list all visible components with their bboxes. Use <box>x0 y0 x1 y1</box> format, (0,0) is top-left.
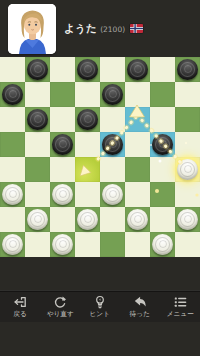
square-5-5[interactable] <box>125 182 150 207</box>
back-button-label: 戻る <box>13 310 26 318</box>
black-checker-piece[interactable] <box>102 134 123 155</box>
square-0-5[interactable] <box>125 57 150 82</box>
square-1-3[interactable] <box>75 82 100 107</box>
black-checker-piece[interactable] <box>27 59 48 80</box>
white-checker-piece[interactable] <box>2 234 23 255</box>
exit-icon <box>13 295 27 309</box>
black-checker-piece[interactable] <box>127 59 148 80</box>
white-checker-piece[interactable] <box>152 234 173 255</box>
square-7-0[interactable] <box>0 232 25 257</box>
square-3-6[interactable] <box>150 132 175 157</box>
hint-button[interactable]: ヒント <box>80 291 120 322</box>
square-2-0[interactable] <box>0 107 25 132</box>
square-6-6[interactable] <box>150 207 175 232</box>
square-1-2[interactable] <box>50 82 75 107</box>
norway-flag-icon <box>130 24 143 33</box>
square-6-7[interactable] <box>175 207 200 232</box>
bottom-toolbar: 戻る やり直す ヒント 待った メニュー <box>0 290 200 322</box>
player-info: ようた (2100) <box>64 0 143 57</box>
square-4-5[interactable] <box>125 157 150 182</box>
black-checker-piece[interactable] <box>2 84 23 105</box>
white-checker-piece[interactable] <box>77 209 98 230</box>
redo-icon <box>53 295 67 309</box>
avatar <box>8 4 56 54</box>
square-3-1[interactable] <box>25 132 50 157</box>
square-7-2[interactable] <box>50 232 75 257</box>
square-1-7[interactable] <box>175 82 200 107</box>
square-0-4[interactable] <box>100 57 125 82</box>
square-3-2[interactable] <box>50 132 75 157</box>
square-3-5[interactable] <box>125 132 150 157</box>
square-0-1[interactable] <box>25 57 50 82</box>
player-name: ようた <box>64 22 97 36</box>
square-1-5[interactable] <box>125 82 150 107</box>
square-4-4[interactable] <box>100 157 125 182</box>
square-0-6[interactable] <box>150 57 175 82</box>
white-checker-piece[interactable] <box>102 184 123 205</box>
square-3-3[interactable] <box>75 132 100 157</box>
square-3-0[interactable] <box>0 132 25 157</box>
black-checker-piece[interactable] <box>177 59 198 80</box>
black-checker-piece[interactable] <box>77 59 98 80</box>
square-0-7[interactable] <box>175 57 200 82</box>
square-5-0[interactable] <box>0 182 25 207</box>
black-checker-piece[interactable] <box>77 109 98 130</box>
square-6-1[interactable] <box>25 207 50 232</box>
square-1-4[interactable] <box>100 82 125 107</box>
back-button[interactable]: 戻る <box>0 291 40 322</box>
square-5-4[interactable] <box>100 182 125 207</box>
square-1-1[interactable] <box>25 82 50 107</box>
square-7-4[interactable] <box>100 232 125 257</box>
square-4-0[interactable] <box>0 157 25 182</box>
black-checker-piece[interactable] <box>52 134 73 155</box>
square-5-7[interactable] <box>175 182 200 207</box>
redo-button[interactable]: やり直す <box>40 291 80 322</box>
white-checker-piece[interactable] <box>27 209 48 230</box>
square-2-1[interactable] <box>25 107 50 132</box>
undo-arrow-icon <box>133 295 147 309</box>
undo-button[interactable]: 待った <box>120 291 160 322</box>
menu-button-label: メニュー <box>166 310 193 318</box>
square-1-0[interactable] <box>0 82 25 107</box>
white-checker-piece[interactable] <box>52 234 73 255</box>
square-6-5[interactable] <box>125 207 150 232</box>
square-7-6[interactable] <box>150 232 175 257</box>
square-0-0[interactable] <box>0 57 25 82</box>
square-6-3[interactable] <box>75 207 100 232</box>
white-checker-piece[interactable] <box>2 184 23 205</box>
square-5-1[interactable] <box>25 182 50 207</box>
black-checker-piece[interactable] <box>102 84 123 105</box>
square-0-3[interactable] <box>75 57 100 82</box>
square-5-2[interactable] <box>50 182 75 207</box>
square-5-6[interactable] <box>150 182 175 207</box>
square-1-6[interactable] <box>150 82 175 107</box>
undo-button-label: 待った <box>130 310 150 318</box>
square-4-3[interactable] <box>75 157 100 182</box>
square-0-2[interactable] <box>50 57 75 82</box>
square-7-1[interactable] <box>25 232 50 257</box>
square-2-4[interactable] <box>100 107 125 132</box>
white-checker-piece[interactable] <box>127 209 148 230</box>
white-checker-piece[interactable] <box>52 184 73 205</box>
avatar-image <box>8 4 56 54</box>
lightbulb-icon <box>93 295 107 309</box>
square-3-4[interactable] <box>100 132 125 157</box>
redo-button-label: やり直す <box>46 310 73 318</box>
square-4-2[interactable] <box>50 157 75 182</box>
player-rating: (2100) <box>100 25 125 34</box>
square-6-4[interactable] <box>100 207 125 232</box>
white-checker-piece[interactable] <box>177 159 198 180</box>
black-checker-piece[interactable] <box>152 134 173 155</box>
square-6-2[interactable] <box>50 207 75 232</box>
square-5-3[interactable] <box>75 182 100 207</box>
square-4-7[interactable] <box>175 157 200 182</box>
white-checker-piece[interactable] <box>177 209 198 230</box>
square-6-0[interactable] <box>0 207 25 232</box>
black-checker-piece[interactable] <box>27 109 48 130</box>
board <box>0 57 200 257</box>
menu-button[interactable]: メニュー <box>160 291 200 322</box>
square-2-3[interactable] <box>75 107 100 132</box>
square-2-6[interactable] <box>150 107 175 132</box>
square-7-5[interactable] <box>125 232 150 257</box>
square-7-3[interactable] <box>75 232 100 257</box>
square-2-2[interactable] <box>50 107 75 132</box>
square-2-5[interactable] <box>125 107 150 132</box>
hint-button-label: ヒント <box>90 310 110 318</box>
opponent-bar: ようた (2100) <box>0 0 200 57</box>
square-7-7[interactable] <box>175 232 200 257</box>
square-4-1[interactable] <box>25 157 50 182</box>
square-2-7[interactable] <box>175 107 200 132</box>
menu-list-icon <box>173 295 187 309</box>
